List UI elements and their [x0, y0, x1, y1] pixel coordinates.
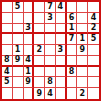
- cell-r4c5[interactable]: [45, 34, 56, 45]
- cell-r4c9[interactable]: 5: [88, 34, 99, 45]
- cell-r5c5[interactable]: [45, 45, 56, 56]
- cell-r9c5[interactable]: 4: [45, 88, 56, 99]
- cell-r7c6[interactable]: [56, 67, 67, 78]
- sudoku-board: 5743643127151239894418598942: [0, 0, 101, 101]
- cell-r1c7[interactable]: [67, 2, 78, 13]
- cell-r4c6[interactable]: [56, 34, 67, 45]
- cell-r3c6[interactable]: [56, 24, 67, 35]
- cell-r7c1[interactable]: 4: [2, 67, 13, 78]
- cell-r2c9[interactable]: 4: [88, 13, 99, 24]
- cell-r8c2[interactable]: [13, 77, 24, 88]
- cell-r6c2[interactable]: 9: [13, 56, 24, 67]
- cell-r6c3[interactable]: 4: [24, 56, 35, 67]
- cell-r4c2[interactable]: [13, 34, 24, 45]
- cell-r6c9[interactable]: [88, 56, 99, 67]
- cell-r1c5[interactable]: 7: [45, 2, 56, 13]
- cell-r2c7[interactable]: 6: [67, 13, 78, 24]
- cell-r3c8[interactable]: [77, 24, 88, 35]
- cell-r6c5[interactable]: [45, 56, 56, 67]
- cell-r7c7[interactable]: 8: [67, 67, 78, 78]
- cell-r1c3[interactable]: [24, 2, 35, 13]
- cell-r6c4[interactable]: [34, 56, 45, 67]
- cell-r5c7[interactable]: [67, 45, 78, 56]
- cell-r1c8[interactable]: [77, 2, 88, 13]
- cell-r3c4[interactable]: [34, 24, 45, 35]
- cell-r7c8[interactable]: [77, 67, 88, 78]
- cell-r2c8[interactable]: [77, 13, 88, 24]
- cell-r4c4[interactable]: [34, 34, 45, 45]
- cell-r9c7[interactable]: [67, 88, 78, 99]
- cell-r5c3[interactable]: [24, 45, 35, 56]
- cell-r1c4[interactable]: [34, 2, 45, 13]
- cell-r9c6[interactable]: [56, 88, 67, 99]
- cell-r8c4[interactable]: [34, 77, 45, 88]
- cell-r6c7[interactable]: [67, 56, 78, 67]
- cell-r7c9[interactable]: [88, 67, 99, 78]
- cell-r9c3[interactable]: [24, 88, 35, 99]
- cell-r2c5[interactable]: 3: [45, 13, 56, 24]
- cell-r6c8[interactable]: [77, 56, 88, 67]
- cell-r9c8[interactable]: 2: [77, 88, 88, 99]
- cell-r8c9[interactable]: [88, 77, 99, 88]
- cell-r5c4[interactable]: 2: [34, 45, 45, 56]
- cell-r2c6[interactable]: [56, 13, 67, 24]
- cell-r9c2[interactable]: [13, 88, 24, 99]
- cell-r7c5[interactable]: [45, 67, 56, 78]
- cell-r4c8[interactable]: 1: [77, 34, 88, 45]
- cell-r5c6[interactable]: 3: [56, 45, 67, 56]
- cell-r6c6[interactable]: [56, 56, 67, 67]
- cell-r3c3[interactable]: 3: [24, 24, 35, 35]
- cell-r7c2[interactable]: [13, 67, 24, 78]
- cell-r1c9[interactable]: [88, 2, 99, 13]
- cell-r4c3[interactable]: [24, 34, 35, 45]
- cell-r3c5[interactable]: [45, 24, 56, 35]
- cell-r3c1[interactable]: [2, 24, 13, 35]
- cell-r1c1[interactable]: [2, 2, 13, 13]
- cell-r3c7[interactable]: 1: [67, 24, 78, 35]
- cell-r9c4[interactable]: 9: [34, 88, 45, 99]
- cell-r8c5[interactable]: 8: [45, 77, 56, 88]
- cell-r3c2[interactable]: [13, 24, 24, 35]
- cell-r6c1[interactable]: 8: [2, 56, 13, 67]
- cell-r2c3[interactable]: [24, 13, 35, 24]
- cell-r9c1[interactable]: [2, 88, 13, 99]
- cell-r8c7[interactable]: [67, 77, 78, 88]
- cell-r8c1[interactable]: 5: [2, 77, 13, 88]
- cell-r5c2[interactable]: 1: [13, 45, 24, 56]
- cell-r1c6[interactable]: 4: [56, 2, 67, 13]
- cell-r5c8[interactable]: 9: [77, 45, 88, 56]
- cell-r7c3[interactable]: 1: [24, 67, 35, 78]
- cell-r4c1[interactable]: [2, 34, 13, 45]
- cell-r5c9[interactable]: [88, 45, 99, 56]
- cell-r3c9[interactable]: 2: [88, 24, 99, 35]
- cell-r4c7[interactable]: 7: [67, 34, 78, 45]
- cell-r9c9[interactable]: [88, 88, 99, 99]
- cell-r7c4[interactable]: [34, 67, 45, 78]
- cell-r1c2[interactable]: 5: [13, 2, 24, 13]
- cell-r8c6[interactable]: [56, 77, 67, 88]
- cell-r8c8[interactable]: [77, 77, 88, 88]
- cell-r2c2[interactable]: [13, 13, 24, 24]
- cell-r2c4[interactable]: [34, 13, 45, 24]
- cell-r2c1[interactable]: [2, 13, 13, 24]
- cell-r8c3[interactable]: 9: [24, 77, 35, 88]
- cell-r5c1[interactable]: [2, 45, 13, 56]
